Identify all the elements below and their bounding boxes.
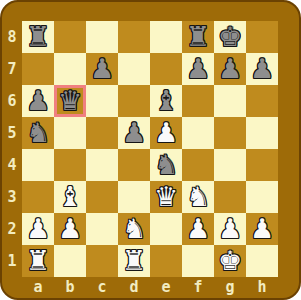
square-f3[interactable]: ♞	[182, 181, 214, 213]
square-h2[interactable]: ♟	[246, 213, 278, 245]
piece-white-pawn[interactable]: ♟	[22, 213, 54, 245]
file-label-b: b	[54, 277, 86, 300]
square-d1[interactable]: ♜	[118, 245, 150, 277]
square-g8[interactable]: ♚	[214, 21, 246, 53]
square-d4[interactable]	[118, 149, 150, 181]
square-c2[interactable]	[86, 213, 118, 245]
file-label-f: f	[182, 277, 214, 300]
square-f6[interactable]	[182, 85, 214, 117]
piece-black-pawn[interactable]: ♟	[86, 53, 118, 85]
square-f2[interactable]: ♟	[182, 213, 214, 245]
square-d8[interactable]	[118, 21, 150, 53]
square-g4[interactable]	[214, 149, 246, 181]
square-e8[interactable]	[150, 21, 182, 53]
piece-white-rook[interactable]: ♜	[118, 245, 150, 277]
piece-white-rook[interactable]: ♜	[22, 245, 54, 277]
square-f7[interactable]: ♟	[182, 53, 214, 85]
square-g2[interactable]: ♟	[214, 213, 246, 245]
square-c4[interactable]	[86, 149, 118, 181]
piece-black-pawn[interactable]: ♟	[22, 85, 54, 117]
square-f5[interactable]	[182, 117, 214, 149]
piece-white-pawn[interactable]: ♟	[150, 117, 182, 149]
piece-black-pawn[interactable]: ♟	[118, 117, 150, 149]
square-c7[interactable]: ♟	[86, 53, 118, 85]
square-g3[interactable]	[214, 181, 246, 213]
square-b3[interactable]: ♝	[54, 181, 86, 213]
square-d5[interactable]: ♟	[118, 117, 150, 149]
square-b2[interactable]: ♟	[54, 213, 86, 245]
file-label-h: h	[246, 277, 278, 300]
square-e7[interactable]	[150, 53, 182, 85]
square-h7[interactable]: ♟	[246, 53, 278, 85]
square-h6[interactable]	[246, 85, 278, 117]
piece-black-rook[interactable]: ♜	[182, 21, 214, 53]
square-g7[interactable]: ♟	[214, 53, 246, 85]
chess-board: ♜♜♚♟♟♟♟♟♛♝♞♟♟♞♝♛♞♟♟♞♟♟♟♜♜♚	[22, 21, 278, 277]
file-label-c: c	[86, 277, 118, 300]
square-a3[interactable]	[22, 181, 54, 213]
piece-white-king[interactable]: ♚	[214, 245, 246, 277]
square-c3[interactable]	[86, 181, 118, 213]
file-label-d: d	[118, 277, 150, 300]
square-c5[interactable]	[86, 117, 118, 149]
square-a6[interactable]: ♟	[22, 85, 54, 117]
square-d6[interactable]	[118, 85, 150, 117]
square-g5[interactable]	[214, 117, 246, 149]
page-background: 87654321 abcdefgh ♜♜♚♟♟♟♟♟♛♝♞♟♟♞♝♛♞♟♟♞♟♟…	[0, 0, 301, 300]
square-f4[interactable]	[182, 149, 214, 181]
square-c8[interactable]	[86, 21, 118, 53]
square-c1[interactable]	[86, 245, 118, 277]
piece-white-queen[interactable]: ♛	[150, 181, 182, 213]
square-f1[interactable]	[182, 245, 214, 277]
square-h5[interactable]	[246, 117, 278, 149]
piece-white-pawn[interactable]: ♟	[182, 213, 214, 245]
rank-label-6: 6	[2, 85, 22, 117]
square-c6[interactable]	[86, 85, 118, 117]
rank-label-3: 3	[2, 181, 22, 213]
square-a5[interactable]: ♞	[22, 117, 54, 149]
square-a1[interactable]: ♜	[22, 245, 54, 277]
square-h1[interactable]	[246, 245, 278, 277]
square-g1[interactable]: ♚	[214, 245, 246, 277]
chess-board-widget: 87654321 abcdefgh ♜♜♚♟♟♟♟♟♛♝♞♟♟♞♝♛♞♟♟♞♟♟…	[0, 0, 301, 300]
square-h8[interactable]	[246, 21, 278, 53]
piece-white-pawn[interactable]: ♟	[54, 213, 86, 245]
file-label-a: a	[22, 277, 54, 300]
rank-label-5: 5	[2, 117, 22, 149]
square-f8[interactable]: ♜	[182, 21, 214, 53]
square-b6[interactable]: ♛	[54, 85, 86, 117]
file-label-g: g	[214, 277, 246, 300]
piece-black-knight[interactable]: ♞	[22, 117, 54, 149]
square-g6[interactable]	[214, 85, 246, 117]
square-e6[interactable]: ♝	[150, 85, 182, 117]
square-e2[interactable]	[150, 213, 182, 245]
square-a8[interactable]: ♜	[22, 21, 54, 53]
file-label-e: e	[150, 277, 182, 300]
square-d2[interactable]: ♞	[118, 213, 150, 245]
square-e3[interactable]: ♛	[150, 181, 182, 213]
square-h4[interactable]	[246, 149, 278, 181]
rank-label-2: 2	[2, 213, 22, 245]
square-b4[interactable]	[54, 149, 86, 181]
square-a4[interactable]	[22, 149, 54, 181]
piece-white-knight[interactable]: ♞	[182, 181, 214, 213]
piece-black-pawn[interactable]: ♟	[182, 53, 214, 85]
file-labels: abcdefgh	[22, 277, 278, 300]
square-e4[interactable]: ♞	[150, 149, 182, 181]
square-b8[interactable]	[54, 21, 86, 53]
piece-white-pawn[interactable]: ♟	[214, 213, 246, 245]
square-e5[interactable]: ♟	[150, 117, 182, 149]
square-a2[interactable]: ♟	[22, 213, 54, 245]
piece-black-queen[interactable]: ♛	[54, 85, 86, 117]
piece-white-pawn[interactable]: ♟	[246, 213, 278, 245]
piece-black-bishop[interactable]: ♝	[150, 85, 182, 117]
piece-black-rook[interactable]: ♜	[22, 21, 54, 53]
square-b5[interactable]	[54, 117, 86, 149]
square-d3[interactable]	[118, 181, 150, 213]
piece-black-knight[interactable]: ♞	[150, 149, 182, 181]
piece-black-pawn[interactable]: ♟	[214, 53, 246, 85]
piece-black-pawn[interactable]: ♟	[246, 53, 278, 85]
square-b7[interactable]	[54, 53, 86, 85]
piece-black-king[interactable]: ♚	[214, 21, 246, 53]
rank-label-4: 4	[2, 149, 22, 181]
rank-labels: 87654321	[2, 21, 22, 277]
square-b1[interactable]	[54, 245, 86, 277]
rank-label-1: 1	[2, 245, 22, 277]
square-d7[interactable]	[118, 53, 150, 85]
piece-white-bishop[interactable]: ♝	[54, 181, 86, 213]
square-h3[interactable]	[246, 181, 278, 213]
piece-white-knight[interactable]: ♞	[118, 213, 150, 245]
square-e1[interactable]	[150, 245, 182, 277]
rank-label-7: 7	[2, 53, 22, 85]
square-a7[interactable]	[22, 53, 54, 85]
rank-label-8: 8	[2, 21, 22, 53]
